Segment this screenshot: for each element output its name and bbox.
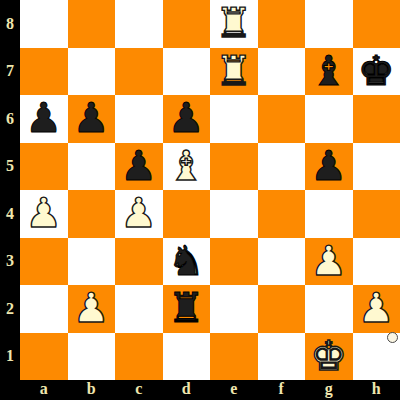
square-g1[interactable]: ♚ — [305, 333, 353, 381]
square-f5[interactable] — [258, 143, 306, 191]
file-label-d: d — [163, 380, 211, 400]
rank-label-8: 8 — [0, 0, 20, 48]
file-label-e: e — [210, 380, 258, 400]
square-d4[interactable] — [163, 190, 211, 238]
white-pawn: ♟ — [310, 241, 347, 282]
square-a2[interactable] — [20, 285, 68, 333]
white-pawn: ♟ — [120, 193, 157, 234]
white-pawn: ♟ — [358, 288, 395, 329]
square-d5[interactable]: ♝ — [163, 143, 211, 191]
square-d2[interactable]: ♜ — [163, 285, 211, 333]
square-e2[interactable] — [210, 285, 258, 333]
rank-label-5: 5 — [0, 143, 20, 191]
square-f1[interactable] — [258, 333, 306, 381]
square-d3[interactable]: ♞ — [163, 238, 211, 286]
square-g5[interactable]: ♟ — [305, 143, 353, 191]
square-f4[interactable] — [258, 190, 306, 238]
square-b7[interactable] — [68, 48, 116, 96]
rank-label-3: 3 — [0, 238, 20, 286]
black-knight: ♞ — [168, 241, 205, 282]
square-d8[interactable] — [163, 0, 211, 48]
square-e5[interactable] — [210, 143, 258, 191]
square-d7[interactable] — [163, 48, 211, 96]
black-pawn: ♟ — [73, 98, 110, 139]
square-a7[interactable] — [20, 48, 68, 96]
square-f2[interactable] — [258, 285, 306, 333]
file-label-c: c — [115, 380, 163, 400]
white-rook: ♜ — [215, 3, 252, 44]
square-e1[interactable] — [210, 333, 258, 381]
black-pawn: ♟ — [120, 146, 157, 187]
square-d6[interactable]: ♟ — [163, 95, 211, 143]
square-e7[interactable]: ♜ — [210, 48, 258, 96]
rank-label-4: 4 — [0, 190, 20, 238]
square-c5[interactable]: ♟ — [115, 143, 163, 191]
square-c6[interactable] — [115, 95, 163, 143]
rank-label-6: 6 — [0, 95, 20, 143]
square-f7[interactable] — [258, 48, 306, 96]
rank-label-7: 7 — [0, 48, 20, 96]
square-h8[interactable] — [353, 0, 400, 48]
square-b3[interactable] — [68, 238, 116, 286]
square-b4[interactable] — [68, 190, 116, 238]
square-f6[interactable] — [258, 95, 306, 143]
white-king: ♚ — [310, 336, 347, 377]
black-pawn: ♟ — [310, 146, 347, 187]
square-c1[interactable] — [115, 333, 163, 381]
square-c7[interactable] — [115, 48, 163, 96]
square-h2[interactable]: ♟ — [353, 285, 400, 333]
square-a5[interactable] — [20, 143, 68, 191]
rank-labels: 87654321 — [0, 0, 20, 380]
black-king: ♚ — [358, 51, 395, 92]
square-f3[interactable] — [258, 238, 306, 286]
file-label-a: a — [20, 380, 68, 400]
square-d1[interactable] — [163, 333, 211, 381]
square-b6[interactable]: ♟ — [68, 95, 116, 143]
square-f8[interactable] — [258, 0, 306, 48]
square-g2[interactable] — [305, 285, 353, 333]
square-c8[interactable] — [115, 0, 163, 48]
square-e8[interactable]: ♜ — [210, 0, 258, 48]
rank-label-2: 2 — [0, 285, 20, 333]
square-g7[interactable]: ♝ — [305, 48, 353, 96]
square-b2[interactable]: ♟ — [68, 285, 116, 333]
black-rook: ♜ — [168, 288, 205, 329]
square-h6[interactable] — [353, 95, 400, 143]
square-a8[interactable] — [20, 0, 68, 48]
white-pawn: ♟ — [25, 193, 62, 234]
square-a1[interactable] — [20, 333, 68, 381]
black-pawn: ♟ — [25, 98, 62, 139]
white-rook: ♜ — [215, 51, 252, 92]
square-g3[interactable]: ♟ — [305, 238, 353, 286]
rank-label-1: 1 — [0, 333, 20, 381]
square-a4[interactable]: ♟ — [20, 190, 68, 238]
file-label-h: h — [353, 380, 400, 400]
file-labels: abcdefgh — [20, 380, 400, 400]
square-h4[interactable] — [353, 190, 400, 238]
square-h3[interactable] — [353, 238, 400, 286]
white-bishop: ♝ — [168, 146, 205, 187]
square-g8[interactable] — [305, 0, 353, 48]
square-e6[interactable] — [210, 95, 258, 143]
square-g4[interactable] — [305, 190, 353, 238]
file-label-g: g — [305, 380, 353, 400]
white-to-move-indicator — [387, 332, 398, 343]
square-a6[interactable]: ♟ — [20, 95, 68, 143]
black-bishop: ♝ — [310, 51, 347, 92]
file-label-f: f — [258, 380, 306, 400]
square-h7[interactable]: ♚ — [353, 48, 400, 96]
square-e4[interactable] — [210, 190, 258, 238]
square-a3[interactable] — [20, 238, 68, 286]
square-h5[interactable] — [353, 143, 400, 191]
square-b1[interactable] — [68, 333, 116, 381]
square-b5[interactable] — [68, 143, 116, 191]
square-e3[interactable] — [210, 238, 258, 286]
chess-board: ♜♜♝♚♟♟♟♟♝♟♟♟♞♟♟♜♟♚ — [20, 0, 400, 380]
white-pawn: ♟ — [73, 288, 110, 329]
square-g6[interactable] — [305, 95, 353, 143]
chess-diagram: 87654321 ♜♜♝♚♟♟♟♟♝♟♟♟♞♟♟♜♟♚ abcdefgh — [0, 0, 400, 400]
file-label-b: b — [68, 380, 116, 400]
square-c2[interactable] — [115, 285, 163, 333]
square-c3[interactable] — [115, 238, 163, 286]
square-c4[interactable]: ♟ — [115, 190, 163, 238]
square-b8[interactable] — [68, 0, 116, 48]
black-pawn: ♟ — [168, 98, 205, 139]
